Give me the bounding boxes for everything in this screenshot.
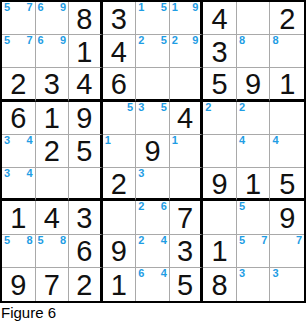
digit: 6 [76, 237, 92, 266]
pencil-mark-top-left: 6 [138, 267, 144, 280]
digit: 5 [279, 170, 295, 199]
cell-r9c3: 2 [69, 268, 103, 301]
cell-r9c7: 8 [203, 268, 237, 301]
cell-r1c8 [237, 2, 271, 35]
cell-r6c1: 34 [2, 168, 36, 201]
digit: 6 [111, 70, 127, 99]
sudoku-figure: 5769831519425769142529388234659161953542… [0, 0, 306, 324]
pencil-mark-top-left: 5 [38, 234, 44, 247]
cell-r7c2: 4 [36, 201, 70, 234]
cell-r4c2: 1 [36, 102, 70, 135]
pencil-mark-top-left: 3 [239, 267, 245, 280]
digit: 5 [76, 137, 92, 166]
cell-r6c2 [36, 168, 70, 201]
pencil-mark-top-right: 8 [60, 234, 66, 247]
cell-r5c1: 34 [2, 135, 36, 168]
cell-r9c1: 9 [2, 268, 36, 301]
pencil-mark-top-left: 8 [272, 34, 278, 47]
digit: 1 [245, 170, 261, 199]
cell-r4c7: 2 [203, 102, 237, 135]
digit: 3 [44, 70, 60, 99]
pencil-mark-top-left: 5 [239, 234, 245, 247]
digit: 2 [44, 137, 60, 166]
digit: 1 [10, 204, 26, 233]
cell-r6c9: 5 [270, 168, 304, 201]
cell-r4c3: 9 [69, 102, 103, 135]
cell-r8c2: 58 [36, 235, 70, 268]
pencil-mark-top-left: 5 [239, 200, 245, 213]
cell-r3c3: 4 [69, 68, 103, 101]
cell-r8c1: 58 [2, 235, 36, 268]
cell-r5c5: 9 [136, 135, 170, 168]
pencil-mark-top-left: 3 [138, 167, 144, 180]
pencil-mark-top-left: 5 [4, 234, 10, 247]
digit: 3 [111, 5, 127, 34]
cell-r8c3: 6 [69, 235, 103, 268]
pencil-mark-top-right: 9 [192, 34, 198, 47]
cell-r9c5: 64 [136, 268, 170, 301]
cell-r3c8: 9 [237, 68, 271, 101]
cell-r2c9: 8 [270, 35, 304, 68]
pencil-mark-top-right: 5 [161, 1, 167, 14]
digit: 1 [111, 271, 127, 300]
pencil-mark-top-right: 9 [192, 1, 198, 14]
pencil-mark-top-left: 5 [4, 34, 10, 47]
cell-r2c7: 3 [203, 35, 237, 68]
cell-r9c2: 7 [36, 268, 70, 301]
cell-r7c1: 1 [2, 201, 36, 234]
cell-r8c7: 1 [203, 235, 237, 268]
digit: 4 [76, 70, 92, 99]
cell-r1c5: 15 [136, 2, 170, 35]
pencil-mark-top-left: 6 [38, 34, 44, 47]
cell-r5c9: 4 [270, 135, 304, 168]
cell-r9c9: 3 [270, 268, 304, 301]
digit: 2 [10, 70, 26, 99]
pencil-mark-top-left: 1 [138, 1, 144, 14]
cell-r7c7 [203, 201, 237, 234]
cell-r3c4: 6 [103, 68, 137, 101]
cell-r4c9 [270, 102, 304, 135]
cell-r3c1: 2 [2, 68, 36, 101]
pencil-mark-top-right: 4 [26, 134, 32, 147]
cell-r5c2: 2 [36, 135, 70, 168]
cell-r7c4 [103, 201, 137, 234]
digit: 2 [279, 5, 295, 34]
cell-r8c6: 3 [170, 235, 204, 268]
pencil-mark-top-right: 4 [26, 167, 32, 180]
cell-r8c8: 57 [237, 235, 271, 268]
cell-r1c7: 4 [203, 2, 237, 35]
digit: 5 [177, 271, 193, 300]
cell-r7c9: 9 [270, 201, 304, 234]
digit: 9 [10, 271, 26, 300]
digit: 8 [212, 271, 228, 300]
pencil-mark-top-left: 1 [172, 134, 178, 147]
cell-r5c4: 1 [103, 135, 137, 168]
cell-r2c6: 29 [170, 35, 204, 68]
digit: 9 [144, 137, 160, 166]
pencil-mark-top-left: 3 [272, 267, 278, 280]
pencil-mark-top-left: 2 [205, 101, 211, 114]
digit: 5 [212, 70, 228, 99]
pencil-mark-top-right: 4 [161, 267, 167, 280]
digit: 3 [177, 237, 193, 266]
cell-r7c6: 7 [170, 201, 204, 234]
cell-r3c9: 1 [270, 68, 304, 101]
digit: 8 [76, 5, 92, 34]
digit: 1 [212, 237, 228, 266]
pencil-mark-top-left: 8 [239, 34, 245, 47]
cell-r9c4: 1 [103, 268, 137, 301]
cell-r5c3: 5 [69, 135, 103, 168]
digit: 9 [245, 70, 261, 99]
pencil-mark-top-left: 2 [138, 34, 144, 47]
cell-r6c3 [69, 168, 103, 201]
digit: 4 [44, 204, 60, 233]
digit: 7 [44, 271, 60, 300]
cell-r8c9: 7 [270, 235, 304, 268]
digit: 4 [177, 104, 193, 133]
digit: 2 [76, 271, 92, 300]
cell-r2c8: 8 [237, 35, 271, 68]
cell-r1c6: 19 [170, 2, 204, 35]
pencil-mark-top-right: 7 [26, 34, 32, 47]
cell-r6c6 [170, 168, 204, 201]
cell-r1c4: 3 [103, 2, 137, 35]
cell-r2c1: 57 [2, 35, 36, 68]
digit: 7 [177, 204, 193, 233]
cell-r6c5: 3 [136, 168, 170, 201]
digit: 9 [279, 204, 295, 233]
cell-r4c1: 6 [2, 102, 36, 135]
cell-r3c2: 3 [36, 68, 70, 101]
pencil-mark-top-left: 2 [172, 34, 178, 47]
cell-r2c5: 25 [136, 35, 170, 68]
cell-r6c7: 9 [203, 168, 237, 201]
sudoku-board: 5769831519425769142529388234659161953542… [0, 0, 306, 303]
cell-r3c6 [170, 68, 204, 101]
pencil-mark-top-left: 4 [239, 134, 245, 147]
digit: 9 [76, 104, 92, 133]
cell-r5c8: 4 [237, 135, 271, 168]
digit: 6 [10, 104, 26, 133]
cell-r1c9: 2 [270, 2, 304, 35]
cell-r2c3: 1 [69, 35, 103, 68]
pencil-mark-top-left: 6 [38, 1, 44, 14]
pencil-mark-top-left: 4 [272, 134, 278, 147]
cell-r1c2: 69 [36, 2, 70, 35]
cell-r2c2: 69 [36, 35, 70, 68]
digit: 3 [76, 204, 92, 233]
digit: 4 [212, 5, 228, 34]
cell-r1c3: 8 [69, 2, 103, 35]
cell-r8c5: 24 [136, 235, 170, 268]
pencil-mark-top-right: 5 [161, 34, 167, 47]
cell-r3c7: 5 [203, 68, 237, 101]
digit: 9 [212, 170, 228, 199]
pencil-mark-top-left: 2 [138, 234, 144, 247]
pencil-mark-top-left: 5 [4, 1, 10, 14]
cell-r5c6: 1 [170, 135, 204, 168]
cell-r6c4: 2 [103, 168, 137, 201]
cell-r2c4: 4 [103, 35, 137, 68]
pencil-mark-top-right: 7 [26, 1, 32, 14]
digit: 3 [212, 38, 228, 67]
pencil-mark-top-left: 2 [239, 101, 245, 114]
cell-r7c5: 26 [136, 201, 170, 234]
digit: 1 [44, 104, 60, 133]
cell-r3c5 [136, 68, 170, 101]
pencil-mark-top-left: 2 [138, 200, 144, 213]
pencil-mark-top-right: 4 [161, 234, 167, 247]
pencil-mark-top-left: 3 [4, 134, 10, 147]
cell-r7c3: 3 [69, 201, 103, 234]
digit: 9 [111, 237, 127, 266]
pencil-mark-top-right: 9 [60, 1, 66, 14]
pencil-mark-top-left: 1 [172, 1, 178, 14]
pencil-mark-top-right: 5 [161, 101, 167, 114]
cell-r4c6: 4 [170, 102, 204, 135]
digit: 4 [111, 38, 127, 67]
cell-r1c1: 57 [2, 2, 36, 35]
digit: 1 [279, 70, 295, 99]
pencil-mark-top-right: 6 [161, 200, 167, 213]
cell-r9c8: 3 [237, 268, 271, 301]
cell-r5c7 [203, 135, 237, 168]
cell-r7c8: 5 [237, 201, 271, 234]
pencil-mark-top-left: 1 [105, 134, 111, 147]
pencil-mark-top-right: 5 [127, 101, 133, 114]
pencil-mark-top-left: 3 [4, 167, 10, 180]
pencil-mark-top-left: 3 [138, 101, 144, 114]
cell-r4c8: 2 [237, 102, 271, 135]
digit: 2 [111, 170, 127, 199]
cell-r6c8: 1 [237, 168, 271, 201]
digit: 1 [76, 38, 92, 67]
cell-r4c5: 35 [136, 102, 170, 135]
cell-r4c4: 5 [103, 102, 137, 135]
pencil-mark-top-right: 9 [60, 34, 66, 47]
pencil-mark-top-right: 7 [261, 234, 267, 247]
pencil-mark-top-right: 7 [296, 234, 302, 247]
cell-r9c6: 5 [170, 268, 204, 301]
pencil-mark-top-right: 8 [26, 234, 32, 247]
figure-caption: Figure 6 [1, 304, 56, 321]
cell-r8c4: 9 [103, 235, 137, 268]
